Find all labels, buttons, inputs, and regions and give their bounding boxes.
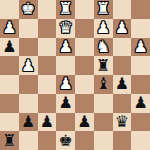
square-a5[interactable] (0, 56, 19, 75)
square-b2[interactable]: ♟ (19, 113, 38, 132)
square-g5[interactable] (113, 56, 132, 75)
square-e4[interactable] (75, 75, 94, 94)
square-h7[interactable] (131, 19, 150, 38)
square-g4[interactable]: ♟ (113, 75, 132, 94)
square-f6[interactable]: ♞ (94, 38, 113, 57)
square-c1[interactable] (38, 131, 57, 150)
square-d2[interactable] (56, 113, 75, 132)
white-pawn-piece[interactable]: ♟ (21, 58, 35, 74)
square-h2[interactable] (131, 113, 150, 132)
square-f3[interactable] (94, 94, 113, 113)
square-f4[interactable]: ♝ (94, 75, 113, 94)
square-b3[interactable] (19, 94, 38, 113)
square-g6[interactable] (113, 38, 132, 57)
square-c7[interactable] (38, 19, 57, 38)
black-king-piece[interactable]: ♚ (58, 133, 72, 149)
square-e2[interactable]: ♟ (75, 113, 94, 132)
square-a6[interactable]: ♟ (0, 38, 19, 57)
square-f1[interactable] (94, 131, 113, 150)
square-a1[interactable]: ♜ (0, 131, 19, 150)
white-pawn-piece[interactable]: ♟ (133, 39, 147, 55)
square-d5[interactable] (56, 56, 75, 75)
white-pawn-piece[interactable]: ♟ (96, 20, 110, 36)
white-rook-piece[interactable]: ♜ (58, 1, 72, 17)
square-d6[interactable]: ♟ (56, 38, 75, 57)
square-c4[interactable] (38, 75, 57, 94)
square-a3[interactable] (0, 94, 19, 113)
square-e8[interactable] (75, 0, 94, 19)
white-pawn-piece[interactable]: ♟ (58, 39, 72, 55)
square-c6[interactable] (38, 38, 57, 57)
square-b5[interactable]: ♟ (19, 56, 38, 75)
black-pawn-piece[interactable]: ♟ (40, 114, 54, 130)
square-g8[interactable] (113, 0, 132, 19)
square-e3[interactable] (75, 94, 94, 113)
square-g7[interactable]: ♟ (113, 19, 132, 38)
square-e7[interactable] (75, 19, 94, 38)
square-g2[interactable]: ♛ (113, 113, 132, 132)
black-bishop-piece[interactable]: ♝ (96, 76, 110, 92)
black-pawn-piece[interactable]: ♟ (2, 39, 16, 55)
square-d8[interactable]: ♜ (56, 0, 75, 19)
square-h6[interactable]: ♟ (131, 38, 150, 57)
square-h1[interactable] (131, 131, 150, 150)
white-queen-piece[interactable]: ♛ (58, 20, 72, 36)
square-c8[interactable] (38, 0, 57, 19)
square-b1[interactable] (19, 131, 38, 150)
square-c5[interactable] (38, 56, 57, 75)
black-rook-piece[interactable]: ♜ (2, 133, 16, 149)
square-a4[interactable] (0, 75, 19, 94)
square-h8[interactable] (131, 0, 150, 19)
square-e5[interactable] (75, 56, 94, 75)
square-g1[interactable] (113, 131, 132, 150)
square-e6[interactable] (75, 38, 94, 57)
square-e1[interactable] (75, 131, 94, 150)
white-knight-piece[interactable]: ♞ (96, 39, 110, 55)
white-pawn-piece[interactable]: ♟ (58, 76, 72, 92)
square-h3[interactable]: ♟ (131, 94, 150, 113)
square-b6[interactable] (19, 38, 38, 57)
square-d4[interactable]: ♟ (56, 75, 75, 94)
square-a7[interactable]: ♟ (0, 19, 19, 38)
black-queen-piece[interactable]: ♛ (115, 114, 129, 130)
white-pawn-piece[interactable]: ♟ (2, 20, 16, 36)
white-pawn-piece[interactable]: ♟ (115, 20, 129, 36)
black-pawn-piece[interactable]: ♟ (115, 76, 129, 92)
square-f5[interactable]: ♜ (94, 56, 113, 75)
black-pawn-piece[interactable]: ♟ (58, 95, 72, 111)
square-f7[interactable]: ♟ (94, 19, 113, 38)
white-rook-piece[interactable]: ♜ (96, 1, 110, 17)
black-pawn-piece[interactable]: ♟ (21, 114, 35, 130)
square-f8[interactable]: ♜ (94, 0, 113, 19)
square-c2[interactable]: ♟ (38, 113, 57, 132)
square-d1[interactable]: ♚ (56, 131, 75, 150)
square-a8[interactable] (0, 0, 19, 19)
square-d7[interactable]: ♛ (56, 19, 75, 38)
square-a2[interactable] (0, 113, 19, 132)
black-pawn-piece[interactable]: ♟ (133, 95, 147, 111)
square-b8[interactable]: ♚ (19, 0, 38, 19)
square-h4[interactable] (131, 75, 150, 94)
square-c3[interactable] (38, 94, 57, 113)
square-f2[interactable] (94, 113, 113, 132)
black-pawn-piece[interactable]: ♟ (77, 114, 91, 130)
square-g3[interactable] (113, 94, 132, 113)
white-king-piece[interactable]: ♚ (21, 1, 35, 17)
black-rook-piece[interactable]: ♜ (96, 58, 110, 74)
chess-board: ♚♜♜♟♛♟♟♟♟♞♟♟♜♟♝♟♟♟♟♟♟♛♜♚ (0, 0, 150, 150)
square-d3[interactable]: ♟ (56, 94, 75, 113)
square-b7[interactable] (19, 19, 38, 38)
square-b4[interactable] (19, 75, 38, 94)
square-h5[interactable] (131, 56, 150, 75)
